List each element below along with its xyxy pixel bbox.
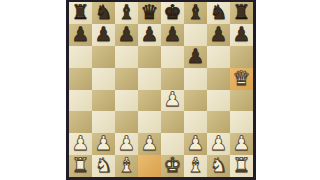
square-h4[interactable] bbox=[230, 90, 253, 112]
white-pawn-icon[interactable]: ♟ bbox=[187, 133, 205, 153]
square-b6[interactable] bbox=[92, 46, 115, 68]
white-pawn-icon[interactable]: ♟ bbox=[141, 133, 159, 153]
square-c6[interactable] bbox=[115, 46, 138, 68]
square-h2[interactable]: ♟ bbox=[230, 133, 253, 155]
square-c4[interactable] bbox=[115, 90, 138, 112]
square-c8[interactable]: ♝ bbox=[115, 2, 138, 24]
square-d7[interactable]: ♟ bbox=[138, 24, 161, 46]
black-king-icon[interactable]: ♚ bbox=[164, 2, 182, 22]
square-b1[interactable]: ♞ bbox=[92, 155, 115, 177]
square-e1[interactable]: ♚ bbox=[161, 155, 184, 177]
black-pawn-icon[interactable]: ♟ bbox=[233, 24, 251, 44]
square-b4[interactable] bbox=[92, 90, 115, 112]
square-h6[interactable] bbox=[230, 46, 253, 68]
square-a1[interactable]: ♜ bbox=[69, 155, 92, 177]
white-pawn-icon[interactable]: ♟ bbox=[95, 133, 113, 153]
square-e2[interactable] bbox=[161, 133, 184, 155]
square-e8[interactable]: ♚ bbox=[161, 2, 184, 24]
white-bishop-icon[interactable]: ♝ bbox=[187, 155, 205, 175]
square-h7[interactable]: ♟ bbox=[230, 24, 253, 46]
white-pawn-icon[interactable]: ♟ bbox=[164, 89, 182, 109]
white-knight-icon[interactable]: ♞ bbox=[210, 155, 228, 175]
square-a7[interactable]: ♟ bbox=[69, 24, 92, 46]
square-g5[interactable] bbox=[207, 68, 230, 90]
square-b5[interactable] bbox=[92, 68, 115, 90]
square-b8[interactable]: ♞ bbox=[92, 2, 115, 24]
square-g8[interactable]: ♞ bbox=[207, 2, 230, 24]
square-h8[interactable]: ♜ bbox=[230, 2, 253, 24]
black-pawn-icon[interactable]: ♟ bbox=[187, 46, 205, 66]
square-e5[interactable] bbox=[161, 68, 184, 90]
black-knight-icon[interactable]: ♞ bbox=[95, 2, 113, 22]
white-king-icon[interactable]: ♚ bbox=[164, 155, 182, 175]
white-pawn-icon[interactable]: ♟ bbox=[233, 133, 251, 153]
square-d4[interactable] bbox=[138, 90, 161, 112]
black-pawn-icon[interactable]: ♟ bbox=[141, 24, 159, 44]
square-a3[interactable] bbox=[69, 111, 92, 133]
square-c5[interactable] bbox=[115, 68, 138, 90]
square-g3[interactable] bbox=[207, 111, 230, 133]
square-h5[interactable]: ♛ bbox=[230, 68, 253, 90]
white-pawn-icon[interactable]: ♟ bbox=[210, 133, 228, 153]
black-pawn-icon[interactable]: ♟ bbox=[118, 24, 136, 44]
square-c2[interactable]: ♟ bbox=[115, 133, 138, 155]
square-d8[interactable]: ♛ bbox=[138, 2, 161, 24]
square-b2[interactable]: ♟ bbox=[92, 133, 115, 155]
square-b3[interactable] bbox=[92, 111, 115, 133]
square-g2[interactable]: ♟ bbox=[207, 133, 230, 155]
square-a2[interactable]: ♟ bbox=[69, 133, 92, 155]
square-e3[interactable] bbox=[161, 111, 184, 133]
chess-board: ♜♞♝♛♚♝♞♜♟♟♟♟♟♟♟♟♛♟♟♟♟♟♟♟♟♜♞♝♚♝♞♜ bbox=[69, 2, 253, 177]
white-pawn-icon[interactable]: ♟ bbox=[72, 133, 90, 153]
black-bishop-icon[interactable]: ♝ bbox=[187, 2, 205, 22]
square-f6[interactable]: ♟ bbox=[184, 46, 207, 68]
square-f4[interactable] bbox=[184, 90, 207, 112]
black-pawn-icon[interactable]: ♟ bbox=[210, 24, 228, 44]
square-a8[interactable]: ♜ bbox=[69, 2, 92, 24]
white-knight-icon[interactable]: ♞ bbox=[95, 155, 113, 175]
square-g4[interactable] bbox=[207, 90, 230, 112]
white-pawn-icon[interactable]: ♟ bbox=[118, 133, 136, 153]
square-f2[interactable]: ♟ bbox=[184, 133, 207, 155]
square-e6[interactable] bbox=[161, 46, 184, 68]
square-e4[interactable]: ♟ bbox=[161, 90, 184, 112]
square-c1[interactable]: ♝ bbox=[115, 155, 138, 177]
square-h1[interactable]: ♜ bbox=[230, 155, 253, 177]
white-bishop-icon[interactable]: ♝ bbox=[118, 155, 136, 175]
square-a6[interactable] bbox=[69, 46, 92, 68]
black-pawn-icon[interactable]: ♟ bbox=[164, 24, 182, 44]
square-b7[interactable]: ♟ bbox=[92, 24, 115, 46]
square-g6[interactable] bbox=[207, 46, 230, 68]
black-pawn-icon[interactable]: ♟ bbox=[95, 24, 113, 44]
square-d2[interactable]: ♟ bbox=[138, 133, 161, 155]
square-f5[interactable] bbox=[184, 68, 207, 90]
square-f8[interactable]: ♝ bbox=[184, 2, 207, 24]
square-e7[interactable]: ♟ bbox=[161, 24, 184, 46]
square-f3[interactable] bbox=[184, 111, 207, 133]
white-rook-icon[interactable]: ♜ bbox=[72, 155, 90, 175]
square-d5[interactable] bbox=[138, 68, 161, 90]
black-rook-icon[interactable]: ♜ bbox=[72, 2, 90, 22]
square-c3[interactable] bbox=[115, 111, 138, 133]
square-f1[interactable]: ♝ bbox=[184, 155, 207, 177]
white-rook-icon[interactable]: ♜ bbox=[233, 155, 251, 175]
square-g7[interactable]: ♟ bbox=[207, 24, 230, 46]
square-a4[interactable] bbox=[69, 90, 92, 112]
square-f7[interactable] bbox=[184, 24, 207, 46]
square-d1[interactable] bbox=[138, 155, 161, 177]
white-queen-icon[interactable]: ♛ bbox=[233, 68, 251, 88]
chess-board-frame: ♜♞♝♛♚♝♞♜♟♟♟♟♟♟♟♟♛♟♟♟♟♟♟♟♟♜♞♝♚♝♞♜ bbox=[66, 0, 256, 180]
black-bishop-icon[interactable]: ♝ bbox=[118, 2, 136, 22]
square-a5[interactable] bbox=[69, 68, 92, 90]
square-c7[interactable]: ♟ bbox=[115, 24, 138, 46]
square-g1[interactable]: ♞ bbox=[207, 155, 230, 177]
square-d3[interactable] bbox=[138, 111, 161, 133]
black-queen-icon[interactable]: ♛ bbox=[141, 2, 159, 22]
black-pawn-icon[interactable]: ♟ bbox=[72, 24, 90, 44]
page-background: ♜♞♝♛♚♝♞♜♟♟♟♟♟♟♟♟♛♟♟♟♟♟♟♟♟♜♞♝♚♝♞♜ bbox=[0, 0, 320, 180]
black-knight-icon[interactable]: ♞ bbox=[210, 2, 228, 22]
square-h3[interactable] bbox=[230, 111, 253, 133]
black-rook-icon[interactable]: ♜ bbox=[233, 2, 251, 22]
square-d6[interactable] bbox=[138, 46, 161, 68]
